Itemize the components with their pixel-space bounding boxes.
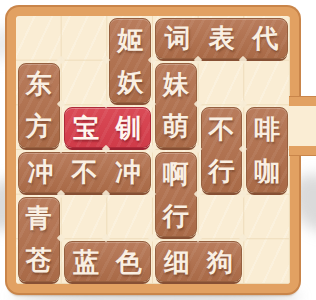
tile-char: 妖 — [110, 61, 150, 103]
grid-intersection-spark — [239, 189, 247, 197]
tile-char: 细 — [156, 242, 199, 281]
tile-char: 姬 — [110, 19, 150, 61]
word-tile[interactable]: 啊行 — [155, 152, 197, 237]
tile-char: 狗 — [199, 242, 242, 281]
tile-char: 方 — [19, 105, 59, 147]
board-frame: 姬妖词表代东方妹萌宝钏不行啡咖冲不冲啊行青苍蓝色细狗 — [7, 7, 299, 293]
word-tile[interactable]: 啡咖 — [246, 107, 288, 192]
tile-char: 钏 — [107, 108, 150, 147]
tile-char: 词 — [156, 19, 200, 58]
grid-intersection-spark — [148, 234, 156, 242]
tile-char: 宝 — [65, 108, 108, 147]
grid-intersection-spark — [148, 145, 156, 153]
tile-char: 苍 — [19, 239, 59, 281]
tile-char: 表 — [200, 19, 244, 58]
tile-char: 不 — [202, 108, 242, 150]
word-tile[interactable]: 妹萌 — [155, 63, 197, 148]
word-tile[interactable]: 细狗 — [155, 241, 242, 282]
board-grid: 姬妖词表代东方妹萌宝钏不行啡咖冲不冲啊行青苍蓝色细狗 — [16, 16, 290, 284]
tile-char: 行 — [156, 195, 196, 237]
tile-char: 萌 — [156, 105, 196, 147]
tile-char: 代 — [243, 19, 287, 58]
tile-char: 冲 — [19, 153, 63, 192]
tile-char: 行 — [202, 150, 242, 192]
word-tile[interactable]: 姬妖 — [109, 18, 151, 103]
tile-char: 蓝 — [65, 242, 108, 281]
exit-slot — [289, 97, 316, 155]
word-tile[interactable]: 词表代 — [155, 18, 288, 59]
word-tile[interactable]: 不行 — [201, 107, 243, 192]
grid-intersection-spark — [239, 100, 247, 108]
tile-char: 色 — [107, 242, 150, 281]
tile-char: 青 — [19, 198, 59, 240]
highlight-word-tile[interactable]: 宝钏 — [64, 107, 151, 148]
tile-char: 妹 — [156, 64, 196, 106]
puzzle-stage: 姬妖词表代东方妹萌宝钏不行啡咖冲不冲啊行青苍蓝色细狗 — [0, 0, 316, 300]
word-tile[interactable]: 冲不冲 — [18, 152, 151, 193]
word-tile[interactable]: 蓝色 — [64, 241, 151, 282]
tile-char: 冲 — [106, 153, 150, 192]
grid-intersection-spark — [56, 55, 64, 63]
grid-intersection-spark — [239, 234, 247, 242]
tile-char: 咖 — [247, 150, 287, 192]
word-tile[interactable]: 东方 — [18, 63, 60, 148]
tile-char: 东 — [19, 64, 59, 106]
tile-char: 啊 — [156, 153, 196, 195]
word-tile[interactable]: 青苍 — [18, 197, 60, 282]
tile-char: 啡 — [247, 108, 287, 150]
tile-char: 不 — [63, 153, 107, 192]
